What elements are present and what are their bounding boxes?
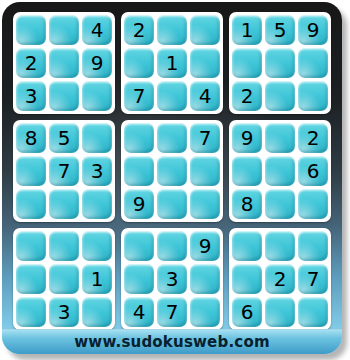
cell-r3c2[interactable] [49, 81, 79, 111]
cell-r2c4[interactable] [124, 48, 154, 78]
cell-r8c1[interactable] [16, 264, 46, 294]
given-digit: 9 [241, 128, 254, 148]
given-digit: 7 [166, 302, 179, 322]
cell-r8c2[interactable] [49, 264, 79, 294]
cell-r2c2[interactable] [49, 48, 79, 78]
given-digit: 4 [133, 302, 146, 322]
cell-r9c2[interactable]: 3 [49, 297, 79, 327]
given-digit: 4 [91, 20, 104, 40]
cell-r6c9[interactable] [298, 189, 328, 219]
cell-r5c1[interactable] [16, 156, 46, 186]
given-digit: 8 [241, 194, 254, 214]
given-digit: 2 [307, 128, 320, 148]
box-2: 2174 [121, 12, 223, 114]
given-digit: 3 [25, 86, 38, 106]
cell-r8c7[interactable] [232, 264, 262, 294]
given-digit: 3 [166, 269, 179, 289]
footer-bar: www.sudokusweb.com [2, 329, 342, 354]
cell-r1c8[interactable]: 5 [265, 15, 295, 45]
cell-r5c7[interactable] [232, 156, 262, 186]
cell-r8c6[interactable] [190, 264, 220, 294]
box-8: 9347 [121, 228, 223, 330]
cell-r6c8[interactable] [265, 189, 295, 219]
cell-r4c3[interactable] [82, 123, 112, 153]
cell-r3c3[interactable] [82, 81, 112, 111]
given-digit: 7 [199, 128, 212, 148]
given-digit: 5 [274, 20, 287, 40]
given-digit: 7 [133, 86, 146, 106]
cell-r9c7[interactable]: 6 [232, 297, 262, 327]
cell-r4c4[interactable] [124, 123, 154, 153]
cell-r9c6[interactable] [190, 297, 220, 327]
given-digit: 9 [307, 20, 320, 40]
cell-r7c3[interactable] [82, 231, 112, 261]
cell-r3c6[interactable]: 4 [190, 81, 220, 111]
cell-r1c7[interactable]: 1 [232, 15, 262, 45]
site-url-link[interactable]: www.sudokusweb.com [74, 333, 269, 351]
given-digit: 1 [166, 53, 179, 73]
sudoku-app-frame: 4293217415928573799268139347276 www.sudo… [2, 2, 342, 354]
cell-r8c9[interactable]: 7 [298, 264, 328, 294]
cell-r8c8[interactable]: 2 [265, 264, 295, 294]
given-digit: 2 [241, 86, 254, 106]
cell-r5c3[interactable]: 3 [82, 156, 112, 186]
cell-r3c1[interactable]: 3 [16, 81, 46, 111]
cell-r4c7[interactable]: 9 [232, 123, 262, 153]
cell-r9c9[interactable] [298, 297, 328, 327]
cell-r3c9[interactable] [298, 81, 328, 111]
cell-r8c4[interactable] [124, 264, 154, 294]
given-digit: 7 [307, 269, 320, 289]
cell-r6c6[interactable] [190, 189, 220, 219]
given-digit: 2 [133, 20, 146, 40]
cell-r5c8[interactable] [265, 156, 295, 186]
given-digit: 3 [58, 302, 71, 322]
cell-r7c8[interactable] [265, 231, 295, 261]
cell-r7c2[interactable] [49, 231, 79, 261]
cell-r5c2[interactable]: 7 [49, 156, 79, 186]
box-1: 4293 [13, 12, 115, 114]
box-5: 79 [121, 120, 223, 222]
cell-r7c9[interactable] [298, 231, 328, 261]
cell-r3c4[interactable]: 7 [124, 81, 154, 111]
cell-r1c3[interactable]: 4 [82, 15, 112, 45]
cell-r6c7[interactable]: 8 [232, 189, 262, 219]
cell-r7c6[interactable]: 9 [190, 231, 220, 261]
given-digit: 9 [199, 236, 212, 256]
given-digit: 2 [25, 53, 38, 73]
box-6: 9268 [229, 120, 331, 222]
cell-r7c1[interactable] [16, 231, 46, 261]
cell-r2c9[interactable] [298, 48, 328, 78]
cell-r3c8[interactable] [265, 81, 295, 111]
given-digit: 4 [199, 86, 212, 106]
cell-r1c1[interactable] [16, 15, 46, 45]
given-digit: 8 [25, 128, 38, 148]
cell-r9c3[interactable] [82, 297, 112, 327]
cell-r2c8[interactable] [265, 48, 295, 78]
cell-r2c1[interactable]: 2 [16, 48, 46, 78]
cell-r4c6[interactable]: 7 [190, 123, 220, 153]
cell-r4c8[interactable] [265, 123, 295, 153]
cell-r4c2[interactable]: 5 [49, 123, 79, 153]
cell-r4c9[interactable]: 2 [298, 123, 328, 153]
cell-r2c5[interactable]: 1 [157, 48, 187, 78]
cell-r9c1[interactable] [16, 297, 46, 327]
cell-r4c5[interactable] [157, 123, 187, 153]
cell-r9c8[interactable] [265, 297, 295, 327]
cell-r6c3[interactable] [82, 189, 112, 219]
cell-r8c5[interactable]: 3 [157, 264, 187, 294]
cell-r5c9[interactable]: 6 [298, 156, 328, 186]
given-digit: 1 [91, 269, 104, 289]
cell-r1c2[interactable] [49, 15, 79, 45]
given-digit: 6 [307, 161, 320, 181]
sudoku-board: 4293217415928573799268139347276 [2, 2, 331, 330]
given-digit: 3 [91, 161, 104, 181]
cell-r6c2[interactable] [49, 189, 79, 219]
cell-r5c4[interactable] [124, 156, 154, 186]
cell-r1c5[interactable] [157, 15, 187, 45]
cell-r1c9[interactable]: 9 [298, 15, 328, 45]
given-digit: 6 [241, 302, 254, 322]
cell-r3c5[interactable] [157, 81, 187, 111]
cell-r5c5[interactable] [157, 156, 187, 186]
cell-r6c5[interactable] [157, 189, 187, 219]
box-7: 13 [13, 228, 115, 330]
cell-r5c6[interactable] [190, 156, 220, 186]
box-4: 8573 [13, 120, 115, 222]
cell-r9c4[interactable]: 4 [124, 297, 154, 327]
given-digit: 9 [133, 194, 146, 214]
cell-r4c1[interactable]: 8 [16, 123, 46, 153]
cell-r2c3[interactable]: 9 [82, 48, 112, 78]
given-digit: 2 [274, 269, 287, 289]
cell-r2c7[interactable] [232, 48, 262, 78]
cell-r6c4[interactable]: 9 [124, 189, 154, 219]
cell-r7c5[interactable] [157, 231, 187, 261]
given-digit: 7 [58, 161, 71, 181]
cell-r2c6[interactable] [190, 48, 220, 78]
cell-r7c4[interactable] [124, 231, 154, 261]
given-digit: 1 [241, 20, 254, 40]
given-digit: 9 [91, 53, 104, 73]
cell-r9c5[interactable]: 7 [157, 297, 187, 327]
cell-r1c6[interactable] [190, 15, 220, 45]
cell-r8c3[interactable]: 1 [82, 264, 112, 294]
box-9: 276 [229, 228, 331, 330]
cell-r3c7[interactable]: 2 [232, 81, 262, 111]
box-3: 1592 [229, 12, 331, 114]
cell-r6c1[interactable] [16, 189, 46, 219]
given-digit: 5 [58, 128, 71, 148]
cell-r7c7[interactable] [232, 231, 262, 261]
cell-r1c4[interactable]: 2 [124, 15, 154, 45]
